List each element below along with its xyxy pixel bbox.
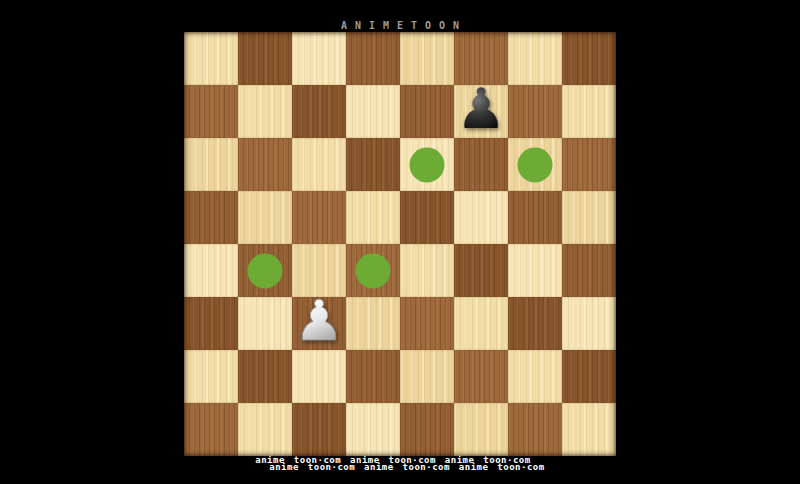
move-hint-dot-g6[interactable] bbox=[518, 147, 553, 182]
square-b7[interactable] bbox=[238, 85, 292, 138]
square-h6[interactable] bbox=[562, 138, 616, 191]
square-c5[interactable] bbox=[292, 191, 346, 244]
square-g4[interactable] bbox=[508, 244, 562, 297]
square-b5[interactable] bbox=[238, 191, 292, 244]
black-pawn[interactable]: ♟ bbox=[454, 85, 508, 138]
square-f3[interactable] bbox=[454, 297, 508, 350]
square-e7[interactable] bbox=[400, 85, 454, 138]
square-a1[interactable] bbox=[184, 403, 238, 456]
square-d2[interactable] bbox=[346, 350, 400, 403]
move-hint-dot-e6[interactable] bbox=[410, 147, 445, 182]
move-hint-dot-b4[interactable] bbox=[248, 253, 283, 288]
square-g3[interactable] bbox=[508, 297, 562, 350]
square-h2[interactable] bbox=[562, 350, 616, 403]
square-b4[interactable] bbox=[238, 244, 292, 297]
square-a2[interactable] bbox=[184, 350, 238, 403]
square-e2[interactable] bbox=[400, 350, 454, 403]
square-h5[interactable] bbox=[562, 191, 616, 244]
square-c3[interactable]: ♟ bbox=[292, 297, 346, 350]
square-g6[interactable] bbox=[508, 138, 562, 191]
square-f1[interactable] bbox=[454, 403, 508, 456]
square-b8[interactable] bbox=[238, 32, 292, 85]
square-d6[interactable] bbox=[346, 138, 400, 191]
square-c2[interactable] bbox=[292, 350, 346, 403]
square-b6[interactable] bbox=[238, 138, 292, 191]
square-c1[interactable] bbox=[292, 403, 346, 456]
square-e3[interactable] bbox=[400, 297, 454, 350]
square-a4[interactable] bbox=[184, 244, 238, 297]
square-b3[interactable] bbox=[238, 297, 292, 350]
square-b1[interactable] bbox=[238, 403, 292, 456]
move-hint-dot-d4[interactable] bbox=[356, 253, 391, 288]
square-h4[interactable] bbox=[562, 244, 616, 297]
page: ANIMETOON ♟♟ anime toon·com anime toon·c… bbox=[0, 0, 800, 484]
white-pawn[interactable]: ♟ bbox=[292, 297, 346, 350]
square-f7[interactable]: ♟ bbox=[454, 85, 508, 138]
square-h8[interactable] bbox=[562, 32, 616, 85]
square-b2[interactable] bbox=[238, 350, 292, 403]
chess-board: ♟♟ bbox=[184, 32, 616, 456]
square-f6[interactable] bbox=[454, 138, 508, 191]
square-d1[interactable] bbox=[346, 403, 400, 456]
square-e1[interactable] bbox=[400, 403, 454, 456]
square-f5[interactable] bbox=[454, 191, 508, 244]
square-g8[interactable] bbox=[508, 32, 562, 85]
square-c8[interactable] bbox=[292, 32, 346, 85]
watermark: anime toon·com anime toon·com anime toon… bbox=[0, 457, 800, 471]
square-h7[interactable] bbox=[562, 85, 616, 138]
square-d8[interactable] bbox=[346, 32, 400, 85]
square-h3[interactable] bbox=[562, 297, 616, 350]
square-e5[interactable] bbox=[400, 191, 454, 244]
square-a5[interactable] bbox=[184, 191, 238, 244]
square-c7[interactable] bbox=[292, 85, 346, 138]
square-e4[interactable] bbox=[400, 244, 454, 297]
square-d7[interactable] bbox=[346, 85, 400, 138]
square-c6[interactable] bbox=[292, 138, 346, 191]
square-g7[interactable] bbox=[508, 85, 562, 138]
square-h1[interactable] bbox=[562, 403, 616, 456]
square-d5[interactable] bbox=[346, 191, 400, 244]
watermark-line-2: anime toon·com anime toon·com anime toon… bbox=[7, 464, 800, 471]
square-d3[interactable] bbox=[346, 297, 400, 350]
square-f2[interactable] bbox=[454, 350, 508, 403]
square-a7[interactable] bbox=[184, 85, 238, 138]
square-d4[interactable] bbox=[346, 244, 400, 297]
square-a8[interactable] bbox=[184, 32, 238, 85]
square-e6[interactable] bbox=[400, 138, 454, 191]
square-g5[interactable] bbox=[508, 191, 562, 244]
square-f4[interactable] bbox=[454, 244, 508, 297]
square-g1[interactable] bbox=[508, 403, 562, 456]
page-title: ANIMETOON bbox=[0, 20, 800, 31]
square-a6[interactable] bbox=[184, 138, 238, 191]
square-a3[interactable] bbox=[184, 297, 238, 350]
square-e8[interactable] bbox=[400, 32, 454, 85]
square-g2[interactable] bbox=[508, 350, 562, 403]
